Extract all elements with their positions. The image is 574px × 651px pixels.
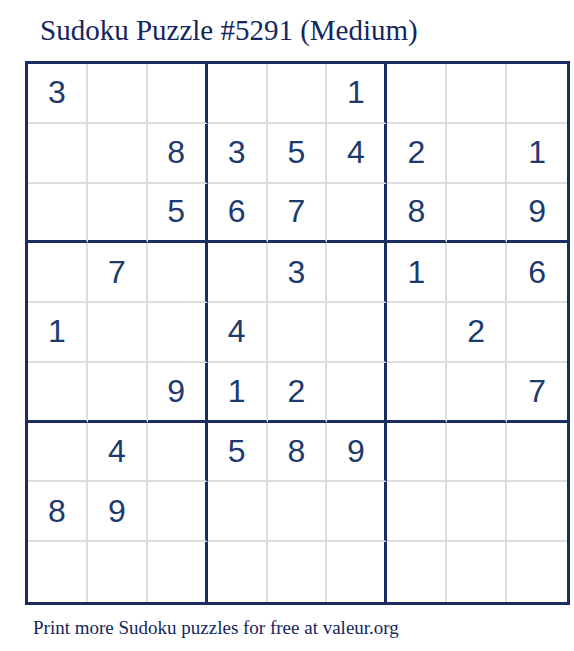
cell-r5c4: 4 (208, 303, 268, 363)
cell-r8c1: 8 (28, 482, 88, 542)
cell-r7c5: 8 (268, 423, 328, 483)
cell-r4c6 (327, 243, 387, 303)
cell-r3c9: 9 (507, 184, 567, 244)
cell-r7c9 (507, 423, 567, 483)
cell-r9c4 (208, 542, 268, 602)
cell-r5c8: 2 (447, 303, 507, 363)
cell-r4c3 (148, 243, 208, 303)
cell-r9c5 (268, 542, 328, 602)
cell-r8c4 (208, 482, 268, 542)
cell-r4c8 (447, 243, 507, 303)
cell-r9c2 (88, 542, 148, 602)
cell-r3c1 (28, 184, 88, 244)
cell-r7c2: 4 (88, 423, 148, 483)
cell-r9c9 (507, 542, 567, 602)
cell-r7c8 (447, 423, 507, 483)
cell-r4c7: 1 (387, 243, 447, 303)
cell-r9c7 (387, 542, 447, 602)
cell-r7c3 (148, 423, 208, 483)
cell-r2c7: 2 (387, 124, 447, 184)
cell-r1c4 (208, 64, 268, 124)
cell-r5c2 (88, 303, 148, 363)
cell-r2c9: 1 (507, 124, 567, 184)
cell-r8c9 (507, 482, 567, 542)
cell-r3c8 (447, 184, 507, 244)
cell-r4c9: 6 (507, 243, 567, 303)
cell-r6c1 (28, 363, 88, 423)
cell-r2c4: 3 (208, 124, 268, 184)
cell-r9c8 (447, 542, 507, 602)
cell-r5c9 (507, 303, 567, 363)
cell-r7c6: 9 (327, 423, 387, 483)
cell-r3c3: 5 (148, 184, 208, 244)
puzzle-title: Sudoku Puzzle #5291 (Medium) (0, 0, 574, 47)
sudoku-board: 318354215678973161429127458989 (25, 61, 570, 605)
cell-r7c7 (387, 423, 447, 483)
cell-r5c7 (387, 303, 447, 363)
cell-r8c3 (148, 482, 208, 542)
cell-r6c6 (327, 363, 387, 423)
cell-r7c4: 5 (208, 423, 268, 483)
cell-r4c4 (208, 243, 268, 303)
cell-r8c5 (268, 482, 328, 542)
cell-r5c6 (327, 303, 387, 363)
cell-r2c3: 8 (148, 124, 208, 184)
cell-r3c5: 7 (268, 184, 328, 244)
cell-r2c8 (447, 124, 507, 184)
cell-r1c3 (148, 64, 208, 124)
cell-r1c2 (88, 64, 148, 124)
footer-text: Print more Sudoku puzzles for free at va… (0, 605, 574, 639)
cell-r5c5 (268, 303, 328, 363)
cell-r4c5: 3 (268, 243, 328, 303)
cell-r6c4: 1 (208, 363, 268, 423)
cell-r2c5: 5 (268, 124, 328, 184)
cell-r8c6 (327, 482, 387, 542)
cell-r3c4: 6 (208, 184, 268, 244)
cell-r6c9: 7 (507, 363, 567, 423)
cell-r4c1 (28, 243, 88, 303)
cell-r9c1 (28, 542, 88, 602)
cell-r6c7 (387, 363, 447, 423)
cell-r1c1: 3 (28, 64, 88, 124)
cell-r1c5 (268, 64, 328, 124)
cell-r4c2: 7 (88, 243, 148, 303)
cell-r6c8 (447, 363, 507, 423)
cell-r2c2 (88, 124, 148, 184)
cell-r1c7 (387, 64, 447, 124)
cell-r9c3 (148, 542, 208, 602)
cell-r5c3 (148, 303, 208, 363)
cell-r2c1 (28, 124, 88, 184)
cell-r2c6: 4 (327, 124, 387, 184)
cell-r3c7: 8 (387, 184, 447, 244)
cell-r6c2 (88, 363, 148, 423)
cell-r8c7 (387, 482, 447, 542)
cell-r6c3: 9 (148, 363, 208, 423)
cell-r9c6 (327, 542, 387, 602)
cell-r8c8 (447, 482, 507, 542)
cell-r1c9 (507, 64, 567, 124)
cell-r5c1: 1 (28, 303, 88, 363)
cell-r1c8 (447, 64, 507, 124)
cell-r1c6: 1 (327, 64, 387, 124)
page: Sudoku Puzzle #5291 (Medium) 31835421567… (0, 0, 574, 651)
cell-r6c5: 2 (268, 363, 328, 423)
cell-r3c6 (327, 184, 387, 244)
cell-r7c1 (28, 423, 88, 483)
cell-r3c2 (88, 184, 148, 244)
cell-r8c2: 9 (88, 482, 148, 542)
